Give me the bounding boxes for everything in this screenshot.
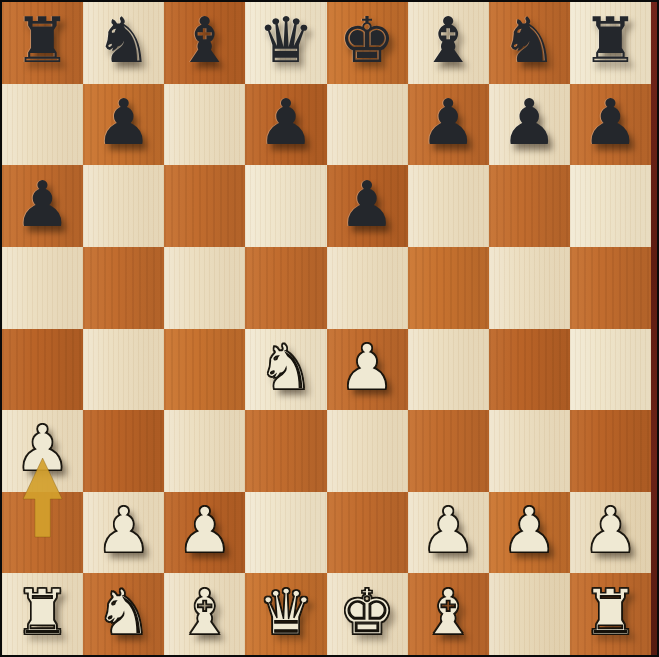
square-d1[interactable]: ♛ (245, 573, 326, 655)
piece-white-queen[interactable]: ♛ (258, 581, 314, 644)
board-frame: ♜♞♝♛♚♝♞♜♟♟♟♟♟♟♟♞♟♟♟♟♟♟♟♜♞♝♛♚♝♜ (2, 2, 657, 655)
piece-black-pawn[interactable]: ♟ (258, 91, 314, 154)
piece-black-knight[interactable]: ♞ (95, 9, 151, 72)
square-a6[interactable]: ♟ (2, 165, 83, 247)
square-d2[interactable] (245, 492, 326, 574)
piece-white-pawn[interactable]: ♟ (14, 417, 70, 480)
square-c5[interactable] (164, 247, 245, 329)
piece-black-rook[interactable]: ♜ (582, 9, 638, 72)
piece-black-knight[interactable]: ♞ (501, 9, 557, 72)
square-h7[interactable]: ♟ (570, 84, 651, 166)
square-e1[interactable]: ♚ (327, 573, 408, 655)
square-h4[interactable] (570, 329, 651, 411)
square-c1[interactable]: ♝ (164, 573, 245, 655)
square-h5[interactable] (570, 247, 651, 329)
square-f8[interactable]: ♝ (408, 2, 489, 84)
piece-white-pawn[interactable]: ♟ (95, 499, 151, 562)
square-c3[interactable] (164, 410, 245, 492)
square-f6[interactable] (408, 165, 489, 247)
square-c6[interactable] (164, 165, 245, 247)
square-a3[interactable]: ♟ (2, 410, 83, 492)
piece-white-pawn[interactable]: ♟ (501, 499, 557, 562)
square-d8[interactable]: ♛ (245, 2, 326, 84)
square-e8[interactable]: ♚ (327, 2, 408, 84)
square-b7[interactable]: ♟ (83, 84, 164, 166)
square-d7[interactable]: ♟ (245, 84, 326, 166)
square-a2[interactable] (2, 492, 83, 574)
square-g2[interactable]: ♟ (489, 492, 570, 574)
chess-board[interactable]: ♜♞♝♛♚♝♞♜♟♟♟♟♟♟♟♞♟♟♟♟♟♟♟♜♞♝♛♚♝♜ (2, 2, 651, 655)
square-g1[interactable] (489, 573, 570, 655)
square-e3[interactable] (327, 410, 408, 492)
square-d6[interactable] (245, 165, 326, 247)
piece-black-pawn[interactable]: ♟ (339, 173, 395, 236)
square-e2[interactable] (327, 492, 408, 574)
square-h1[interactable]: ♜ (570, 573, 651, 655)
piece-white-pawn[interactable]: ♟ (339, 336, 395, 399)
piece-black-bishop[interactable]: ♝ (177, 9, 233, 72)
piece-black-pawn[interactable]: ♟ (582, 91, 638, 154)
piece-white-bishop[interactable]: ♝ (177, 581, 233, 644)
square-c2[interactable]: ♟ (164, 492, 245, 574)
piece-white-bishop[interactable]: ♝ (420, 581, 476, 644)
square-a4[interactable] (2, 329, 83, 411)
piece-black-queen[interactable]: ♛ (258, 9, 314, 72)
square-b6[interactable] (83, 165, 164, 247)
square-g3[interactable] (489, 410, 570, 492)
square-g8[interactable]: ♞ (489, 2, 570, 84)
chess-app-window: ♜♞♝♛♚♝♞♜♟♟♟♟♟♟♟♞♟♟♟♟♟♟♟♜♞♝♛♚♝♜ (0, 0, 659, 657)
piece-white-rook[interactable]: ♜ (14, 581, 70, 644)
piece-white-pawn[interactable]: ♟ (420, 499, 476, 562)
square-c7[interactable] (164, 84, 245, 166)
piece-black-pawn[interactable]: ♟ (420, 91, 476, 154)
piece-white-knight[interactable]: ♞ (95, 581, 151, 644)
board-right-edge (651, 2, 657, 655)
square-b4[interactable] (83, 329, 164, 411)
square-g4[interactable] (489, 329, 570, 411)
square-h3[interactable] (570, 410, 651, 492)
square-f5[interactable] (408, 247, 489, 329)
piece-black-rook[interactable]: ♜ (14, 9, 70, 72)
square-e4[interactable]: ♟ (327, 329, 408, 411)
square-f7[interactable]: ♟ (408, 84, 489, 166)
piece-white-rook[interactable]: ♜ (582, 581, 638, 644)
square-f3[interactable] (408, 410, 489, 492)
square-f4[interactable] (408, 329, 489, 411)
square-d4[interactable]: ♞ (245, 329, 326, 411)
square-f2[interactable]: ♟ (408, 492, 489, 574)
square-b8[interactable]: ♞ (83, 2, 164, 84)
square-h8[interactable]: ♜ (570, 2, 651, 84)
square-a1[interactable]: ♜ (2, 573, 83, 655)
square-e5[interactable] (327, 247, 408, 329)
square-g6[interactable] (489, 165, 570, 247)
piece-black-pawn[interactable]: ♟ (501, 91, 557, 154)
square-d5[interactable] (245, 247, 326, 329)
piece-black-bishop[interactable]: ♝ (420, 9, 476, 72)
square-b3[interactable] (83, 410, 164, 492)
square-g7[interactable]: ♟ (489, 84, 570, 166)
piece-white-pawn[interactable]: ♟ (582, 499, 638, 562)
square-e7[interactable] (327, 84, 408, 166)
square-b1[interactable]: ♞ (83, 573, 164, 655)
square-f1[interactable]: ♝ (408, 573, 489, 655)
square-a5[interactable] (2, 247, 83, 329)
square-b5[interactable] (83, 247, 164, 329)
piece-white-king[interactable]: ♚ (339, 581, 395, 644)
square-e6[interactable]: ♟ (327, 165, 408, 247)
square-c8[interactable]: ♝ (164, 2, 245, 84)
square-c4[interactable] (164, 329, 245, 411)
piece-black-pawn[interactable]: ♟ (14, 173, 70, 236)
square-a8[interactable]: ♜ (2, 2, 83, 84)
square-h6[interactable] (570, 165, 651, 247)
square-d3[interactable] (245, 410, 326, 492)
piece-white-pawn[interactable]: ♟ (177, 499, 233, 562)
piece-black-king[interactable]: ♚ (339, 9, 395, 72)
square-a7[interactable] (2, 84, 83, 166)
square-h2[interactable]: ♟ (570, 492, 651, 574)
square-g5[interactable] (489, 247, 570, 329)
square-b2[interactable]: ♟ (83, 492, 164, 574)
piece-black-pawn[interactable]: ♟ (95, 91, 151, 154)
piece-white-knight[interactable]: ♞ (258, 336, 314, 399)
